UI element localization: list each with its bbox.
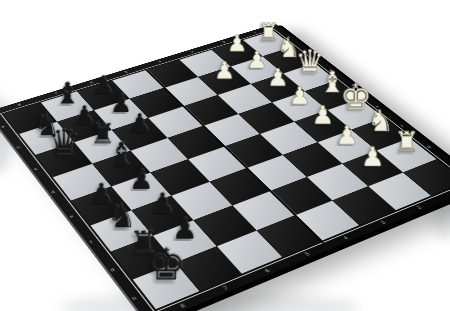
black-queen-c8: ♛ [47, 122, 80, 164]
white-pawn-b2: ♟ [246, 46, 267, 73]
white-pawn-f2: ♟ [335, 120, 358, 150]
black-pawn-c6: ♟ [128, 108, 151, 138]
pieces-layer: ♝♞♛♟♞♜♚♟♜♝♟♟♟♟♟♟♜♞♛♝♚♞♜♟♟♟♟♟♟♟♟ [4, 31, 450, 310]
chess-board-frame: 8765432187654321abcdefghabcdefgh♝♞♛♟♞♜♚♟… [0, 24, 450, 311]
white-pawn-c2: ♟ [267, 64, 289, 92]
white-pawn-g2: ♟ [361, 141, 385, 172]
white-knight-f1: ♞ [367, 103, 393, 137]
chess-board-grid: 8765432187654321abcdefghabcdefgh♝♞♛♟♞♜♚♟… [4, 31, 450, 310]
white-pawn-d2: ♟ [289, 82, 311, 110]
black-king-h8: ♚ [147, 240, 186, 290]
product-photo: 8765432187654321abcdefghabcdefgh♝♞♛♟♞♜♚♟… [0, 0, 450, 311]
white-pawn-b3: ♟ [214, 57, 235, 85]
white-rook-g1: ♜ [394, 126, 419, 159]
white-pawn-a2: ♟ [227, 30, 248, 56]
white-pawn-e2: ♟ [311, 100, 334, 129]
